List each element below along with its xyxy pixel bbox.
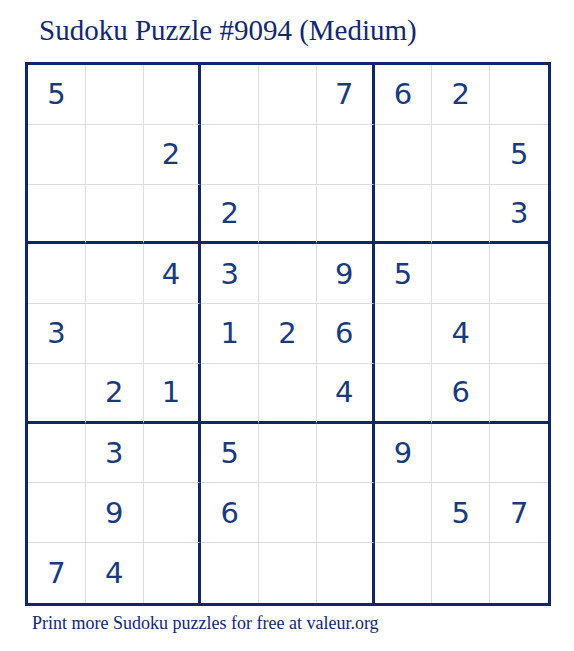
cell-r3c5[interactable]	[259, 185, 317, 245]
cell-r6c6[interactable]: 4	[317, 364, 375, 424]
cell-r3c4[interactable]: 2	[201, 185, 259, 245]
cell-r4c4[interactable]: 3	[201, 244, 259, 304]
cell-r5c4[interactable]: 1	[201, 304, 259, 364]
cell-r1c8[interactable]: 2	[432, 65, 490, 125]
cell-r5c2[interactable]	[86, 304, 144, 364]
cell-r1c2[interactable]	[86, 65, 144, 125]
cell-r5c3[interactable]	[144, 304, 202, 364]
footer-text: Print more Sudoku puzzles for free at va…	[32, 613, 379, 634]
cell-r2c6[interactable]	[317, 125, 375, 185]
sudoku-board: 576225234395312642146359965774	[25, 62, 551, 606]
cell-r4c7[interactable]: 5	[375, 244, 433, 304]
cell-r3c2[interactable]	[86, 185, 144, 245]
cell-r9c7[interactable]	[375, 543, 433, 603]
cell-r1c5[interactable]	[259, 65, 317, 125]
cell-r3c8[interactable]	[432, 185, 490, 245]
cell-r4c9[interactable]	[490, 244, 548, 304]
cell-r7c7[interactable]: 9	[375, 424, 433, 484]
cell-r7c1[interactable]	[28, 424, 86, 484]
cell-r2c1[interactable]	[28, 125, 86, 185]
cell-r2c2[interactable]	[86, 125, 144, 185]
cell-r9c8[interactable]	[432, 543, 490, 603]
cell-r1c4[interactable]	[201, 65, 259, 125]
cell-r7c5[interactable]	[259, 424, 317, 484]
cell-r8c8[interactable]: 5	[432, 483, 490, 543]
cell-r8c7[interactable]	[375, 483, 433, 543]
cell-r6c5[interactable]	[259, 364, 317, 424]
cell-r3c3[interactable]	[144, 185, 202, 245]
cell-r6c9[interactable]	[490, 364, 548, 424]
cell-r8c9[interactable]: 7	[490, 483, 548, 543]
cell-r2c5[interactable]	[259, 125, 317, 185]
cell-r4c2[interactable]	[86, 244, 144, 304]
cell-r7c3[interactable]	[144, 424, 202, 484]
cell-r6c2[interactable]: 2	[86, 364, 144, 424]
cell-r3c1[interactable]	[28, 185, 86, 245]
cell-r9c2[interactable]: 4	[86, 543, 144, 603]
cell-r1c6[interactable]: 7	[317, 65, 375, 125]
cell-r9c5[interactable]	[259, 543, 317, 603]
cell-r9c6[interactable]	[317, 543, 375, 603]
cell-r9c9[interactable]	[490, 543, 548, 603]
cell-r6c4[interactable]	[201, 364, 259, 424]
page-title: Sudoku Puzzle #9094 (Medium)	[39, 14, 417, 47]
cell-r7c8[interactable]	[432, 424, 490, 484]
cell-r2c3[interactable]: 2	[144, 125, 202, 185]
cell-r2c8[interactable]	[432, 125, 490, 185]
cell-r5c7[interactable]	[375, 304, 433, 364]
cell-r4c1[interactable]	[28, 244, 86, 304]
cell-r2c4[interactable]	[201, 125, 259, 185]
cell-r3c7[interactable]	[375, 185, 433, 245]
cell-r4c8[interactable]	[432, 244, 490, 304]
cell-r8c2[interactable]: 9	[86, 483, 144, 543]
cell-r5c9[interactable]	[490, 304, 548, 364]
cell-r7c4[interactable]: 5	[201, 424, 259, 484]
cell-r6c7[interactable]	[375, 364, 433, 424]
cell-r1c3[interactable]	[144, 65, 202, 125]
cell-r7c6[interactable]	[317, 424, 375, 484]
cell-r3c9[interactable]: 3	[490, 185, 548, 245]
cell-r4c6[interactable]: 9	[317, 244, 375, 304]
cell-r4c5[interactable]	[259, 244, 317, 304]
cell-r2c7[interactable]	[375, 125, 433, 185]
cell-r5c1[interactable]: 3	[28, 304, 86, 364]
cell-r5c8[interactable]: 4	[432, 304, 490, 364]
cell-r8c3[interactable]	[144, 483, 202, 543]
cell-r5c5[interactable]: 2	[259, 304, 317, 364]
cell-r1c1[interactable]: 5	[28, 65, 86, 125]
cell-r9c1[interactable]: 7	[28, 543, 86, 603]
cell-r7c9[interactable]	[490, 424, 548, 484]
cell-r8c5[interactable]	[259, 483, 317, 543]
cell-r8c6[interactable]	[317, 483, 375, 543]
cell-r8c1[interactable]	[28, 483, 86, 543]
cell-r7c2[interactable]: 3	[86, 424, 144, 484]
cell-r9c4[interactable]	[201, 543, 259, 603]
cell-r9c3[interactable]	[144, 543, 202, 603]
cell-r4c3[interactable]: 4	[144, 244, 202, 304]
cell-r2c9[interactable]: 5	[490, 125, 548, 185]
cell-r5c6[interactable]: 6	[317, 304, 375, 364]
cell-r8c4[interactable]: 6	[201, 483, 259, 543]
cell-r6c8[interactable]: 6	[432, 364, 490, 424]
cell-r3c6[interactable]	[317, 185, 375, 245]
cell-r1c9[interactable]	[490, 65, 548, 125]
cell-r6c1[interactable]	[28, 364, 86, 424]
cell-r1c7[interactable]: 6	[375, 65, 433, 125]
cell-r6c3[interactable]: 1	[144, 364, 202, 424]
